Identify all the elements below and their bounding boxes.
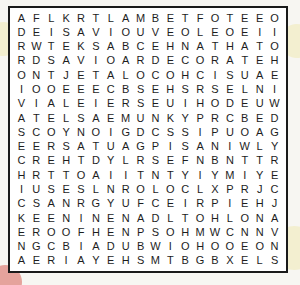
grid-cell-r2c8[interactable]: O [118, 25, 133, 39]
grid-cell-r7c2[interactable]: I [29, 97, 44, 111]
grid-cell-r2c12[interactable]: O [178, 25, 193, 39]
grid-cell-r5c7[interactable]: A [103, 68, 118, 82]
grid-cell-r12c11[interactable]: T [163, 168, 178, 182]
grid-cell-r15c15[interactable]: L [222, 211, 237, 225]
grid-cell-r17c13[interactable]: H [193, 239, 208, 253]
grid-cell-r14c15[interactable]: I [222, 197, 237, 211]
grid-cell-r6c16[interactable]: L [237, 82, 252, 96]
grid-cell-r1c15[interactable]: T [222, 11, 237, 25]
grid-cell-r4c2[interactable]: D [29, 54, 44, 68]
grid-cell-r15c1[interactable]: K [14, 211, 29, 225]
grid-cell-r3c16[interactable]: A [237, 40, 252, 54]
grid-cell-r4c4[interactable]: A [59, 54, 74, 68]
grid-cell-r8c9[interactable]: U [133, 111, 148, 125]
grid-cell-r2c7[interactable]: I [103, 25, 118, 39]
grid-cell-r6c7[interactable]: C [103, 82, 118, 96]
grid-cell-r1c14[interactable]: O [208, 11, 223, 25]
grid-cell-r17c8[interactable]: U [118, 239, 133, 253]
grid-cell-r14c17[interactable]: H [252, 197, 267, 211]
grid-cell-r18c16[interactable]: E [237, 254, 252, 268]
grid-cell-r1c5[interactable]: R [74, 11, 89, 25]
grid-cell-r7c18[interactable]: W [267, 97, 282, 111]
grid-cell-r2c2[interactable]: E [29, 25, 44, 39]
grid-cell-r1c8[interactable]: A [118, 11, 133, 25]
grid-cell-r5c13[interactable]: C [193, 68, 208, 82]
grid-cell-r2c17[interactable]: I [252, 25, 267, 39]
grid-cell-r15c18[interactable]: A [267, 211, 282, 225]
grid-cell-r3c5[interactable]: K [74, 40, 89, 54]
grid-cell-r13c10[interactable]: L [148, 182, 163, 196]
grid-cell-r16c9[interactable]: P [133, 225, 148, 239]
grid-cell-r16c17[interactable]: N [252, 225, 267, 239]
grid-cell-r7c8[interactable]: R [118, 97, 133, 111]
grid-cell-r5c4[interactable]: J [59, 68, 74, 82]
grid-cell-r17c9[interactable]: B [133, 239, 148, 253]
grid-cell-r7c5[interactable]: E [74, 97, 89, 111]
grid-cell-r2c6[interactable]: V [88, 25, 103, 39]
grid-cell-r3c10[interactable]: E [148, 40, 163, 54]
grid-cell-r17c17[interactable]: O [252, 239, 267, 253]
grid-cell-r12c4[interactable]: T [59, 168, 74, 182]
grid-cell-r10c4[interactable]: S [59, 139, 74, 153]
grid-cell-r1c6[interactable]: T [88, 11, 103, 25]
grid-cell-r3c17[interactable]: T [252, 40, 267, 54]
grid-cell-r1c4[interactable]: K [59, 11, 74, 25]
grid-cell-r7c16[interactable]: E [237, 97, 252, 111]
grid-cell-r11c14[interactable]: B [208, 154, 223, 168]
grid-cell-r18c12[interactable]: B [178, 254, 193, 268]
grid-cell-r9c12[interactable]: S [178, 125, 193, 139]
grid-cell-r9c7[interactable]: I [103, 125, 118, 139]
grid-cell-r16c1[interactable]: E [14, 225, 29, 239]
grid-cell-r13c6[interactable]: L [88, 182, 103, 196]
grid-cell-r3c9[interactable]: C [133, 40, 148, 54]
grid-cell-r10c1[interactable]: E [14, 139, 29, 153]
grid-cell-r3c11[interactable]: H [163, 40, 178, 54]
grid-cell-r3c12[interactable]: N [178, 40, 193, 54]
grid-cell-r15c11[interactable]: L [163, 211, 178, 225]
grid-cell-r17c5[interactable]: I [74, 239, 89, 253]
grid-cell-r17c11[interactable]: I [163, 239, 178, 253]
grid-cell-r14c13[interactable]: R [193, 197, 208, 211]
grid-cell-r18c6[interactable]: Y [88, 254, 103, 268]
grid-cell-r13c5[interactable]: S [74, 182, 89, 196]
grid-cell-r16c14[interactable]: W [208, 225, 223, 239]
grid-cell-r14c6[interactable]: G [88, 197, 103, 211]
grid-cell-r15c8[interactable]: N [118, 211, 133, 225]
grid-cell-r11c8[interactable]: L [118, 154, 133, 168]
grid-cell-r16c15[interactable]: C [222, 225, 237, 239]
grid-cell-r2c10[interactable]: V [148, 25, 163, 39]
grid-cell-r3c2[interactable]: W [29, 40, 44, 54]
grid-cell-r1c1[interactable]: A [14, 11, 29, 25]
grid-cell-r2c1[interactable]: D [14, 25, 29, 39]
grid-cell-r12c9[interactable]: T [133, 168, 148, 182]
grid-cell-r12c14[interactable]: Y [208, 168, 223, 182]
grid-cell-r9c14[interactable]: P [208, 125, 223, 139]
grid-cell-r8c15[interactable]: C [222, 111, 237, 125]
grid-cell-r8c14[interactable]: R [208, 111, 223, 125]
grid-cell-r10c6[interactable]: T [88, 139, 103, 153]
grid-cell-r18c11[interactable]: T [163, 254, 178, 268]
grid-cell-r12c7[interactable]: I [103, 168, 118, 182]
grid-cell-r8c7[interactable]: E [103, 111, 118, 125]
grid-cell-r12c15[interactable]: M [222, 168, 237, 182]
grid-cell-r15c13[interactable]: O [193, 211, 208, 225]
grid-cell-r16c2[interactable]: R [29, 225, 44, 239]
grid-cell-r17c1[interactable]: N [14, 239, 29, 253]
grid-cell-r1c11[interactable]: E [163, 11, 178, 25]
grid-cell-r4c7[interactable]: O [103, 54, 118, 68]
grid-cell-r12c2[interactable]: R [29, 168, 44, 182]
grid-cell-r18c8[interactable]: H [118, 254, 133, 268]
grid-cell-r3c14[interactable]: T [208, 40, 223, 54]
grid-cell-r16c6[interactable]: H [88, 225, 103, 239]
grid-cell-r15c17[interactable]: N [252, 211, 267, 225]
grid-cell-r11c13[interactable]: N [193, 154, 208, 168]
grid-cell-r15c2[interactable]: E [29, 211, 44, 225]
grid-cell-r11c1[interactable]: C [14, 154, 29, 168]
grid-cell-r18c2[interactable]: E [29, 254, 44, 268]
grid-cell-r14c3[interactable]: A [44, 197, 59, 211]
grid-cell-r3c18[interactable]: O [267, 40, 282, 54]
grid-cell-r5c11[interactable]: O [163, 68, 178, 82]
grid-cell-r8c1[interactable]: A [14, 111, 29, 125]
grid-cell-r4c11[interactable]: E [163, 54, 178, 68]
grid-cell-r6c18[interactable]: I [267, 82, 282, 96]
grid-cell-r17c4[interactable]: B [59, 239, 74, 253]
grid-cell-r16c5[interactable]: F [74, 225, 89, 239]
grid-cell-r11c10[interactable]: S [148, 154, 163, 168]
grid-cell-r10c16[interactable]: W [237, 139, 252, 153]
grid-cell-r3c3[interactable]: T [44, 40, 59, 54]
grid-cell-r14c12[interactable]: I [178, 197, 193, 211]
grid-cell-r18c13[interactable]: G [193, 254, 208, 268]
grid-cell-r7c17[interactable]: U [252, 97, 267, 111]
grid-cell-r17c6[interactable]: A [88, 239, 103, 253]
grid-cell-r9c2[interactable]: C [29, 125, 44, 139]
grid-cell-r13c12[interactable]: C [178, 182, 193, 196]
grid-cell-r12c3[interactable]: T [44, 168, 59, 182]
grid-cell-r1c10[interactable]: B [148, 11, 163, 25]
grid-cell-r17c2[interactable]: G [29, 239, 44, 253]
grid-cell-r10c12[interactable]: S [178, 139, 193, 153]
grid-cell-r15c9[interactable]: A [133, 211, 148, 225]
grid-cell-r8c5[interactable]: S [74, 111, 89, 125]
grid-cell-r2c18[interactable]: I [267, 25, 282, 39]
grid-cell-r8c2[interactable]: T [29, 111, 44, 125]
grid-cell-r12c10[interactable]: N [148, 168, 163, 182]
grid-cell-r18c4[interactable]: I [59, 254, 74, 268]
grid-cell-r14c14[interactable]: P [208, 197, 223, 211]
grid-cell-r14c8[interactable]: U [118, 197, 133, 211]
grid-cell-r4c17[interactable]: E [252, 54, 267, 68]
grid-cell-r16c12[interactable]: H [178, 225, 193, 239]
grid-cell-r5c2[interactable]: N [29, 68, 44, 82]
grid-cell-r16c10[interactable]: S [148, 225, 163, 239]
grid-cell-r2c11[interactable]: E [163, 25, 178, 39]
grid-cell-r17c12[interactable]: O [178, 239, 193, 253]
grid-cell-r6c5[interactable]: E [74, 82, 89, 96]
grid-cell-r6c4[interactable]: E [59, 82, 74, 96]
grid-cell-r12c5[interactable]: O [74, 168, 89, 182]
grid-cell-r9c11[interactable]: S [163, 125, 178, 139]
grid-cell-r13c17[interactable]: J [252, 182, 267, 196]
grid-cell-r13c13[interactable]: L [193, 182, 208, 196]
grid-cell-r6c17[interactable]: N [252, 82, 267, 96]
grid-cell-r4c8[interactable]: A [118, 54, 133, 68]
grid-cell-r8c11[interactable]: K [163, 111, 178, 125]
grid-cell-r10c2[interactable]: E [29, 139, 44, 153]
grid-cell-r12c12[interactable]: Y [178, 168, 193, 182]
grid-cell-r2c4[interactable]: S [59, 25, 74, 39]
grid-cell-r7c4[interactable]: L [59, 97, 74, 111]
grid-cell-r13c8[interactable]: R [118, 182, 133, 196]
grid-cell-r11c7[interactable]: Y [103, 154, 118, 168]
grid-cell-r7c10[interactable]: E [148, 97, 163, 111]
grid-cell-r5c3[interactable]: T [44, 68, 59, 82]
grid-cell-r9c15[interactable]: U [222, 125, 237, 139]
grid-cell-r9c16[interactable]: O [237, 125, 252, 139]
grid-cell-r15c16[interactable]: O [237, 211, 252, 225]
grid-cell-r12c16[interactable]: I [237, 168, 252, 182]
grid-cell-r10c14[interactable]: N [208, 139, 223, 153]
grid-cell-r13c2[interactable]: U [29, 182, 44, 196]
grid-cell-r2c14[interactable]: E [208, 25, 223, 39]
grid-cell-r16c3[interactable]: O [44, 225, 59, 239]
grid-cell-r7c3[interactable]: A [44, 97, 59, 111]
grid-cell-r17c10[interactable]: W [148, 239, 163, 253]
grid-cell-r7c7[interactable]: E [103, 97, 118, 111]
grid-cell-r11c18[interactable]: R [267, 154, 282, 168]
grid-cell-r4c5[interactable]: V [74, 54, 89, 68]
grid-cell-r18c15[interactable]: X [222, 254, 237, 268]
grid-cell-r9c1[interactable]: S [14, 125, 29, 139]
grid-cell-r9c4[interactable]: Y [59, 125, 74, 139]
grid-cell-r10c10[interactable]: P [148, 139, 163, 153]
grid-cell-r16c8[interactable]: N [118, 225, 133, 239]
grid-cell-r1c9[interactable]: M [133, 11, 148, 25]
grid-cell-r14c9[interactable]: F [133, 197, 148, 211]
grid-cell-r14c4[interactable]: N [59, 197, 74, 211]
grid-cell-r14c11[interactable]: E [163, 197, 178, 211]
grid-cell-r1c12[interactable]: T [178, 11, 193, 25]
grid-cell-r3c1[interactable]: R [14, 40, 29, 54]
grid-cell-r2c15[interactable]: O [222, 25, 237, 39]
grid-cell-r7c1[interactable]: V [14, 97, 29, 111]
grid-cell-r4c16[interactable]: T [237, 54, 252, 68]
grid-cell-r2c5[interactable]: A [74, 25, 89, 39]
grid-cell-r10c17[interactable]: L [252, 139, 267, 153]
grid-cell-r4c6[interactable]: I [88, 54, 103, 68]
grid-cell-r1c13[interactable]: F [193, 11, 208, 25]
grid-cell-r13c7[interactable]: N [103, 182, 118, 196]
grid-cell-r13c1[interactable]: I [14, 182, 29, 196]
grid-cell-r9c8[interactable]: G [118, 125, 133, 139]
grid-cell-r13c16[interactable]: R [237, 182, 252, 196]
grid-cell-r17c18[interactable]: N [267, 239, 282, 253]
grid-cell-r6c11[interactable]: H [163, 82, 178, 96]
grid-cell-r2c9[interactable]: U [133, 25, 148, 39]
grid-cell-r8c12[interactable]: Y [178, 111, 193, 125]
grid-cell-r5c1[interactable]: O [14, 68, 29, 82]
grid-cell-r15c12[interactable]: T [178, 211, 193, 225]
grid-cell-r8c6[interactable]: A [88, 111, 103, 125]
grid-cell-r12c18[interactable]: E [267, 168, 282, 182]
grid-cell-r1c3[interactable]: L [44, 11, 59, 25]
grid-cell-r5c16[interactable]: U [237, 68, 252, 82]
grid-cell-r14c5[interactable]: R [74, 197, 89, 211]
grid-cell-r10c9[interactable]: G [133, 139, 148, 153]
grid-cell-r4c13[interactable]: O [193, 54, 208, 68]
grid-cell-r6c14[interactable]: S [208, 82, 223, 96]
grid-cell-r8c3[interactable]: E [44, 111, 59, 125]
grid-cell-r9c10[interactable]: C [148, 125, 163, 139]
grid-cell-r15c6[interactable]: N [88, 211, 103, 225]
grid-cell-r4c1[interactable]: R [14, 54, 29, 68]
grid-cell-r9c17[interactable]: A [252, 125, 267, 139]
grid-cell-r2c16[interactable]: E [237, 25, 252, 39]
grid-cell-r6c9[interactable]: S [133, 82, 148, 96]
grid-cell-r5c8[interactable]: L [118, 68, 133, 82]
grid-cell-r18c10[interactable]: M [148, 254, 163, 268]
grid-cell-r14c7[interactable]: Y [103, 197, 118, 211]
grid-cell-r2c13[interactable]: L [193, 25, 208, 39]
grid-cell-r4c12[interactable]: C [178, 54, 193, 68]
grid-cell-r18c18[interactable]: S [267, 254, 282, 268]
grid-cell-r11c6[interactable]: D [88, 154, 103, 168]
grid-cell-r6c10[interactable]: E [148, 82, 163, 96]
grid-cell-r12c1[interactable]: H [14, 168, 29, 182]
grid-cell-r17c3[interactable]: C [44, 239, 59, 253]
grid-cell-r15c4[interactable]: N [59, 211, 74, 225]
grid-cell-r6c6[interactable]: E [88, 82, 103, 96]
grid-cell-r5c10[interactable]: C [148, 68, 163, 82]
grid-cell-r17c16[interactable]: E [237, 239, 252, 253]
grid-cell-r8c18[interactable]: D [267, 111, 282, 125]
grid-cell-r13c18[interactable]: C [267, 182, 282, 196]
grid-cell-r16c18[interactable]: V [267, 225, 282, 239]
grid-cell-r15c3[interactable]: E [44, 211, 59, 225]
grid-cell-r5c6[interactable]: T [88, 68, 103, 82]
grid-cell-r10c18[interactable]: Y [267, 139, 282, 153]
grid-cell-r13c11[interactable]: O [163, 182, 178, 196]
grid-cell-r4c3[interactable]: S [44, 54, 59, 68]
grid-cell-r1c16[interactable]: E [237, 11, 252, 25]
grid-cell-r8c17[interactable]: E [252, 111, 267, 125]
grid-cell-r11c15[interactable]: N [222, 154, 237, 168]
grid-cell-r13c14[interactable]: X [208, 182, 223, 196]
grid-cell-r6c8[interactable]: B [118, 82, 133, 96]
grid-cell-r11c9[interactable]: R [133, 154, 148, 168]
grid-cell-r9c3[interactable]: O [44, 125, 59, 139]
grid-cell-r8c8[interactable]: M [118, 111, 133, 125]
grid-cell-r9c18[interactable]: G [267, 125, 282, 139]
grid-cell-r10c7[interactable]: U [103, 139, 118, 153]
grid-cell-r17c14[interactable]: O [208, 239, 223, 253]
grid-cell-r10c11[interactable]: I [163, 139, 178, 153]
grid-cell-r3c13[interactable]: A [193, 40, 208, 54]
grid-cell-r7c11[interactable]: U [163, 97, 178, 111]
grid-cell-r4c15[interactable]: A [222, 54, 237, 68]
grid-cell-r5c5[interactable]: E [74, 68, 89, 82]
grid-cell-r8c10[interactable]: N [148, 111, 163, 125]
grid-cell-r18c5[interactable]: A [74, 254, 89, 268]
grid-cell-r1c17[interactable]: E [252, 11, 267, 25]
grid-cell-r14c16[interactable]: E [237, 197, 252, 211]
grid-cell-r5c18[interactable]: E [267, 68, 282, 82]
grid-cell-r5c12[interactable]: H [178, 68, 193, 82]
grid-cell-r11c17[interactable]: T [252, 154, 267, 168]
grid-cell-r7c13[interactable]: H [193, 97, 208, 111]
grid-cell-r10c15[interactable]: I [222, 139, 237, 153]
grid-cell-r5c14[interactable]: I [208, 68, 223, 82]
grid-cell-r3c15[interactable]: H [222, 40, 237, 54]
grid-cell-r6c15[interactable]: E [222, 82, 237, 96]
grid-cell-r15c14[interactable]: H [208, 211, 223, 225]
grid-cell-r4c10[interactable]: D [148, 54, 163, 68]
grid-cell-r10c13[interactable]: A [193, 139, 208, 153]
grid-cell-r9c6[interactable]: O [88, 125, 103, 139]
grid-cell-r17c15[interactable]: O [222, 239, 237, 253]
grid-cell-r6c12[interactable]: S [178, 82, 193, 96]
grid-cell-r10c5[interactable]: A [74, 139, 89, 153]
grid-cell-r6c2[interactable]: O [29, 82, 44, 96]
grid-cell-r12c17[interactable]: Y [252, 168, 267, 182]
grid-cell-r3c6[interactable]: S [88, 40, 103, 54]
grid-cell-r4c9[interactable]: R [133, 54, 148, 68]
grid-cell-r17c7[interactable]: D [103, 239, 118, 253]
grid-cell-r14c2[interactable]: S [29, 197, 44, 211]
grid-cell-r11c16[interactable]: T [237, 154, 252, 168]
grid-cell-r10c3[interactable]: R [44, 139, 59, 153]
grid-cell-r14c10[interactable]: C [148, 197, 163, 211]
grid-cell-r18c9[interactable]: S [133, 254, 148, 268]
grid-cell-r4c18[interactable]: H [267, 54, 282, 68]
grid-cell-r16c13[interactable]: M [193, 225, 208, 239]
grid-cell-r3c7[interactable]: A [103, 40, 118, 54]
grid-cell-r6c13[interactable]: R [193, 82, 208, 96]
grid-cell-r7c9[interactable]: S [133, 97, 148, 111]
grid-cell-r13c4[interactable]: E [59, 182, 74, 196]
grid-cell-r18c14[interactable]: B [208, 254, 223, 268]
grid-cell-r18c17[interactable]: L [252, 254, 267, 268]
grid-cell-r18c7[interactable]: E [103, 254, 118, 268]
grid-cell-r1c18[interactable]: O [267, 11, 282, 25]
grid-cell-r18c1[interactable]: A [14, 254, 29, 268]
grid-cell-r9c9[interactable]: D [133, 125, 148, 139]
grid-cell-r15c10[interactable]: D [148, 211, 163, 225]
grid-cell-r16c16[interactable]: N [237, 225, 252, 239]
grid-cell-r5c9[interactable]: O [133, 68, 148, 82]
grid-cell-r3c8[interactable]: B [118, 40, 133, 54]
grid-cell-r9c13[interactable]: I [193, 125, 208, 139]
grid-cell-r5c15[interactable]: S [222, 68, 237, 82]
grid-cell-r8c13[interactable]: P [193, 111, 208, 125]
grid-cell-r14c18[interactable]: J [267, 197, 282, 211]
grid-cell-r10c8[interactable]: A [118, 139, 133, 153]
grid-cell-r9c5[interactable]: N [74, 125, 89, 139]
grid-cell-r11c11[interactable]: E [163, 154, 178, 168]
grid-cell-r13c15[interactable]: P [222, 182, 237, 196]
grid-cell-r12c13[interactable]: I [193, 168, 208, 182]
grid-cell-r5c17[interactable]: A [252, 68, 267, 82]
grid-cell-r3c4[interactable]: E [59, 40, 74, 54]
grid-cell-r11c4[interactable]: H [59, 154, 74, 168]
grid-cell-r11c5[interactable]: T [74, 154, 89, 168]
grid-cell-r8c16[interactable]: B [237, 111, 252, 125]
grid-cell-r6c3[interactable]: O [44, 82, 59, 96]
